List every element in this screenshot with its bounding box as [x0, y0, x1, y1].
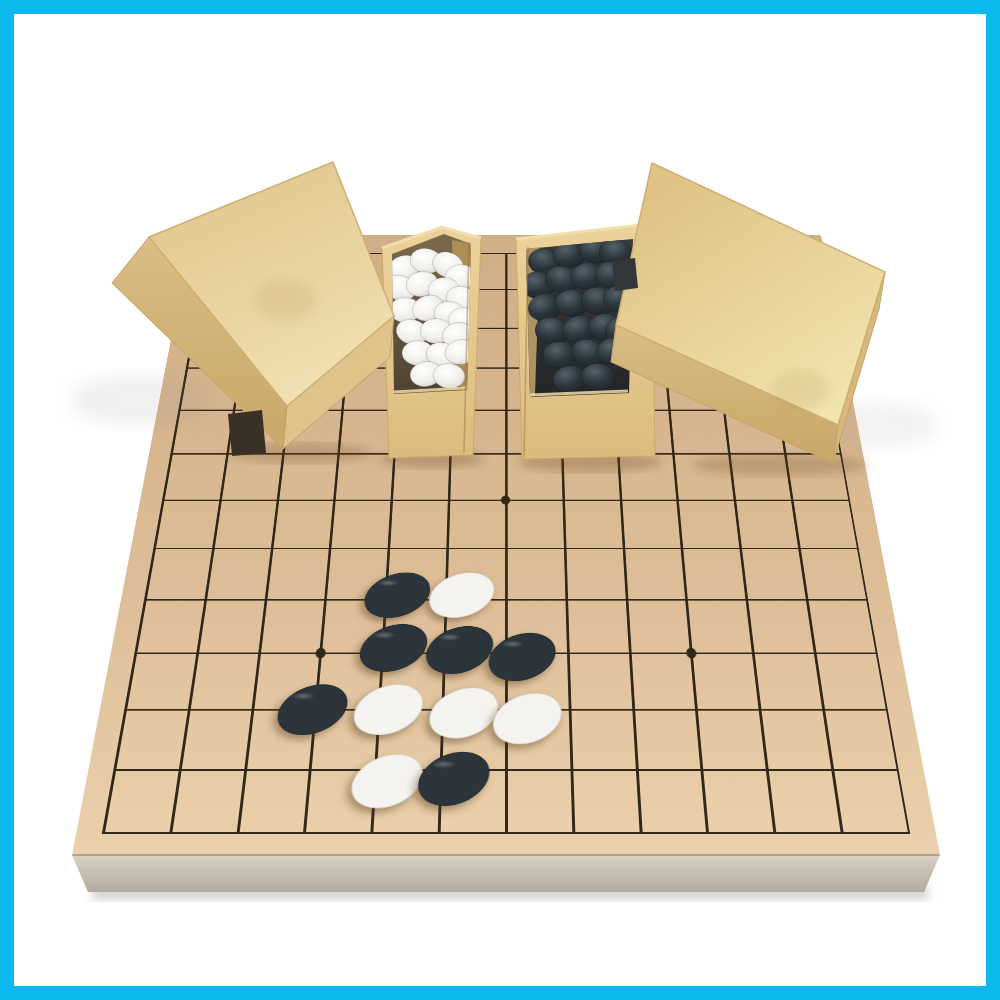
lid-smudge — [770, 370, 830, 410]
lid-thumb-notch — [612, 258, 638, 291]
white-stone-tray — [381, 227, 481, 458]
lid-thumb-notch — [228, 410, 266, 456]
photo-overlay — [0, 0, 1000, 1000]
lid-smudge — [253, 278, 317, 322]
lid-top-face — [616, 163, 885, 425]
board-front-edge — [72, 855, 940, 900]
product-photo-scene: ●●●●●●●●●●● — [0, 0, 1000, 1000]
